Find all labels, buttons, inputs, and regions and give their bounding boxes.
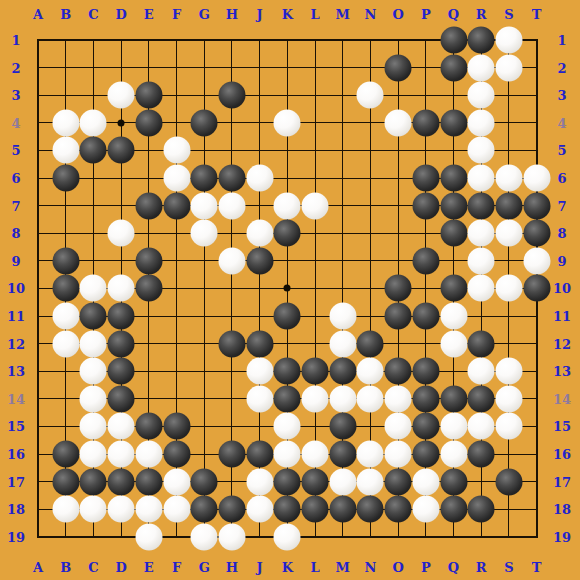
star-point [284,285,291,292]
row-label-right: 13 [553,365,571,378]
stone-black[interactable] [246,441,273,468]
stone-black[interactable] [468,192,495,219]
stone-white[interactable] [440,303,467,330]
stone-black[interactable] [108,330,135,357]
stone-white[interactable] [163,137,190,164]
column-label-top: P [421,8,431,21]
stone-white[interactable] [385,413,412,440]
row-label-right: 6 [557,172,566,185]
row-label-left: 14 [7,392,25,405]
row-label-right: 1 [557,34,566,47]
column-label-bottom: O [392,561,403,574]
stone-black[interactable] [412,413,439,440]
stone-black[interactable] [385,275,412,302]
stone-black[interactable] [329,441,356,468]
stone-black[interactable] [495,192,522,219]
stone-black[interactable] [52,441,79,468]
stone-white[interactable] [108,413,135,440]
stone-black[interactable] [302,468,329,495]
column-label-top: K [282,8,293,21]
stone-black[interactable] [412,109,439,136]
stone-black[interactable] [329,358,356,385]
stone-black[interactable] [329,496,356,523]
stone-black[interactable] [163,441,190,468]
row-label-left: 9 [11,254,20,267]
stone-white[interactable] [329,468,356,495]
stone-black[interactable] [108,303,135,330]
stone-white[interactable] [523,165,550,192]
stone-white[interactable] [495,385,522,412]
stone-black[interactable] [302,358,329,385]
stone-white[interactable] [412,468,439,495]
stone-black[interactable] [385,468,412,495]
stone-white[interactable] [52,109,79,136]
stone-black[interactable] [135,109,162,136]
stone-white[interactable] [302,192,329,219]
stone-white[interactable] [80,496,107,523]
column-label-bottom: F [172,561,181,574]
stone-black[interactable] [523,275,550,302]
column-label-top: D [115,8,126,21]
stone-black[interactable] [274,220,301,247]
row-label-right: 3 [557,89,566,102]
stone-white[interactable] [440,413,467,440]
stone-black[interactable] [523,220,550,247]
row-label-left: 19 [7,530,25,543]
row-label-left: 16 [7,448,25,461]
stone-black[interactable] [218,441,245,468]
column-label-top: Q [448,8,459,21]
stone-white[interactable] [218,523,245,550]
stone-white[interactable] [468,247,495,274]
column-label-top: A [33,8,43,21]
stone-white[interactable] [495,275,522,302]
row-label-right: 18 [553,503,571,516]
stone-white[interactable] [108,275,135,302]
stone-black[interactable] [108,468,135,495]
column-label-top: H [226,8,238,21]
stone-white[interactable] [468,137,495,164]
stone-white[interactable] [468,358,495,385]
stone-white[interactable] [357,358,384,385]
column-label-bottom: B [60,561,71,574]
stone-white[interactable] [191,523,218,550]
stone-black[interactable] [191,109,218,136]
stone-black[interactable] [218,496,245,523]
stone-black[interactable] [468,441,495,468]
row-label-right: 11 [553,310,571,323]
stone-white[interactable] [163,496,190,523]
stone-white[interactable] [412,496,439,523]
stone-white[interactable] [108,441,135,468]
stone-white[interactable] [357,468,384,495]
stone-black[interactable] [163,192,190,219]
stone-black[interactable] [385,358,412,385]
go-board[interactable]: AABBCCDDEEFFGGHHJJKKLLMMNNOOPPQQRRSSTT11… [0,0,580,580]
stone-black[interactable] [468,496,495,523]
row-label-left: 17 [7,475,25,488]
stone-black[interactable] [246,247,273,274]
stone-white[interactable] [52,303,79,330]
row-label-right: 9 [557,254,566,267]
stone-white[interactable] [52,496,79,523]
column-label-top: G [199,8,210,21]
stone-white[interactable] [495,165,522,192]
stone-black[interactable] [246,330,273,357]
row-label-left: 11 [7,310,25,323]
stone-white[interactable] [246,165,273,192]
column-label-top: S [504,8,513,21]
column-label-bottom: K [282,561,293,574]
stone-black[interactable] [440,385,467,412]
stone-white[interactable] [218,192,245,219]
stone-black[interactable] [440,27,467,54]
stone-white[interactable] [495,54,522,81]
row-label-right: 19 [553,530,571,543]
stone-white[interactable] [495,27,522,54]
row-label-left: 15 [7,420,25,433]
stone-white[interactable] [80,275,107,302]
stone-white[interactable] [80,385,107,412]
stone-black[interactable] [357,496,384,523]
row-label-right: 7 [557,199,566,212]
row-label-left: 1 [11,34,20,47]
stone-white[interactable] [329,303,356,330]
column-label-top: R [476,8,487,21]
row-label-left: 10 [7,282,25,295]
column-label-top: M [335,8,349,21]
column-label-top: T [532,8,542,21]
row-label-left: 2 [11,61,20,74]
stone-white[interactable] [191,192,218,219]
column-label-top: B [60,8,71,21]
stone-white[interactable] [495,413,522,440]
stone-white[interactable] [80,441,107,468]
stone-black[interactable] [52,468,79,495]
stone-black[interactable] [385,54,412,81]
stone-white[interactable] [274,441,301,468]
column-label-bottom: T [532,561,542,574]
stone-black[interactable] [218,165,245,192]
column-label-top: C [88,8,98,21]
stone-black[interactable] [357,330,384,357]
stone-white[interactable] [80,413,107,440]
column-label-bottom: C [88,561,98,574]
stone-white[interactable] [385,385,412,412]
column-label-bottom: A [33,561,43,574]
stone-white[interactable] [108,496,135,523]
stone-black[interactable] [385,496,412,523]
stone-white[interactable] [329,385,356,412]
stone-white[interactable] [218,247,245,274]
stone-white[interactable] [246,385,273,412]
stone-black[interactable] [468,27,495,54]
stone-white[interactable] [385,441,412,468]
column-label-top: J [257,8,263,21]
row-label-left: 3 [11,89,20,102]
stone-black[interactable] [412,247,439,274]
column-label-bottom: G [199,561,210,574]
column-label-bottom: S [504,561,513,574]
stone-black[interactable] [135,468,162,495]
stone-black[interactable] [440,468,467,495]
stone-black[interactable] [495,468,522,495]
stone-black[interactable] [191,496,218,523]
stone-black[interactable] [329,413,356,440]
stone-white[interactable] [163,165,190,192]
row-label-right: 17 [553,475,571,488]
stone-white[interactable] [468,220,495,247]
stone-white[interactable] [385,109,412,136]
stone-white[interactable] [357,385,384,412]
stone-white[interactable] [274,109,301,136]
stone-white[interactable] [80,330,107,357]
stone-black[interactable] [135,413,162,440]
stone-white[interactable] [468,82,495,109]
row-label-left: 18 [7,503,25,516]
stone-white[interactable] [274,413,301,440]
stone-black[interactable] [135,82,162,109]
column-label-bottom: L [310,561,319,574]
row-label-right: 12 [553,337,571,350]
stone-white[interactable] [80,358,107,385]
row-label-left: 5 [11,144,20,157]
stone-white[interactable] [274,523,301,550]
column-label-top: O [392,8,403,21]
stone-black[interactable] [108,358,135,385]
row-label-right: 15 [553,420,571,433]
column-label-top: L [310,8,319,21]
stone-white[interactable] [523,247,550,274]
row-label-right: 4 [557,116,566,129]
stone-black[interactable] [108,137,135,164]
stone-black[interactable] [440,109,467,136]
stone-white[interactable] [52,330,79,357]
column-label-bottom: R [476,561,487,574]
stone-black[interactable] [412,303,439,330]
stone-white[interactable] [135,523,162,550]
stone-white[interactable] [468,165,495,192]
stone-black[interactable] [135,247,162,274]
stone-black[interactable] [80,137,107,164]
stone-black[interactable] [191,468,218,495]
row-label-left: 13 [7,365,25,378]
row-label-left: 7 [11,199,20,212]
stone-white[interactable] [302,385,329,412]
stone-white[interactable] [246,220,273,247]
stone-black[interactable] [135,192,162,219]
stone-black[interactable] [218,330,245,357]
stone-white[interactable] [468,275,495,302]
stone-white[interactable] [191,220,218,247]
column-label-bottom: M [335,561,349,574]
stone-black[interactable] [218,82,245,109]
stone-black[interactable] [468,330,495,357]
stone-white[interactable] [440,330,467,357]
stone-black[interactable] [412,441,439,468]
stone-white[interactable] [329,330,356,357]
row-label-right: 14 [553,392,571,405]
stone-white[interactable] [302,441,329,468]
stone-white[interactable] [495,358,522,385]
stone-white[interactable] [135,441,162,468]
star-point [118,119,125,126]
stone-white[interactable] [246,358,273,385]
column-label-bottom: N [364,561,376,574]
stone-white[interactable] [80,109,107,136]
stone-black[interactable] [440,192,467,219]
stone-white[interactable] [357,441,384,468]
column-label-top: E [144,8,154,21]
stone-white[interactable] [468,109,495,136]
column-label-bottom: E [144,561,154,574]
stone-black[interactable] [163,413,190,440]
row-label-left: 4 [11,116,20,129]
stone-black[interactable] [440,165,467,192]
stone-black[interactable] [412,385,439,412]
row-label-right: 5 [557,144,566,157]
stone-white[interactable] [108,82,135,109]
stone-white[interactable] [440,441,467,468]
column-label-bottom: D [115,561,126,574]
stone-black[interactable] [468,385,495,412]
stone-white[interactable] [163,468,190,495]
stone-black[interactable] [80,468,107,495]
stone-black[interactable] [440,220,467,247]
stone-black[interactable] [52,247,79,274]
row-label-left: 8 [11,227,20,240]
stone-black[interactable] [412,165,439,192]
stone-black[interactable] [80,303,107,330]
stone-black[interactable] [440,54,467,81]
stone-white[interactable] [468,54,495,81]
stone-black[interactable] [274,358,301,385]
row-label-right: 16 [553,448,571,461]
stone-white[interactable] [135,496,162,523]
stone-white[interactable] [468,413,495,440]
stone-white[interactable] [495,220,522,247]
row-label-right: 10 [553,282,571,295]
stone-black[interactable] [440,275,467,302]
stone-black[interactable] [274,468,301,495]
stone-black[interactable] [302,496,329,523]
stone-black[interactable] [274,496,301,523]
column-label-bottom: H [226,561,238,574]
stone-black[interactable] [523,192,550,219]
stone-white[interactable] [246,496,273,523]
column-label-bottom: J [257,561,263,574]
stone-white[interactable] [357,82,384,109]
stone-black[interactable] [385,303,412,330]
row-label-left: 6 [11,172,20,185]
stone-black[interactable] [274,385,301,412]
row-label-right: 2 [557,61,566,74]
stone-black[interactable] [135,275,162,302]
row-label-left: 12 [7,337,25,350]
stone-black[interactable] [52,275,79,302]
column-label-top: N [364,8,376,21]
stone-black[interactable] [108,385,135,412]
stone-white[interactable] [52,137,79,164]
stone-black[interactable] [412,358,439,385]
stone-black[interactable] [412,192,439,219]
stone-black[interactable] [52,165,79,192]
stone-white[interactable] [246,468,273,495]
stone-white[interactable] [274,192,301,219]
stone-black[interactable] [191,165,218,192]
stone-white[interactable] [108,220,135,247]
column-label-bottom: Q [448,561,459,574]
row-label-right: 8 [557,227,566,240]
column-label-top: F [172,8,181,21]
stone-black[interactable] [274,303,301,330]
stone-black[interactable] [440,496,467,523]
column-label-bottom: P [421,561,431,574]
